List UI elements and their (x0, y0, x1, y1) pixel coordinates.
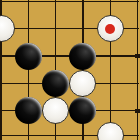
grid-line-horizontal (0, 1, 139, 2)
black-stone (69, 97, 96, 124)
white-stone (97, 15, 124, 42)
black-stone (15, 43, 42, 70)
black-stone (69, 43, 96, 70)
grid-line-vertical (137, 0, 138, 140)
go-board[interactable] (0, 0, 140, 140)
white-stone (97, 122, 124, 140)
edge-hoshi-dot (135, 54, 139, 58)
white-stone (42, 97, 69, 124)
black-stone (15, 97, 42, 124)
edge-hoshi-dot (135, 109, 139, 113)
white-stone (69, 70, 96, 97)
black-stone (42, 70, 69, 97)
white-stone (0, 15, 15, 42)
last-move-marker (105, 24, 115, 34)
